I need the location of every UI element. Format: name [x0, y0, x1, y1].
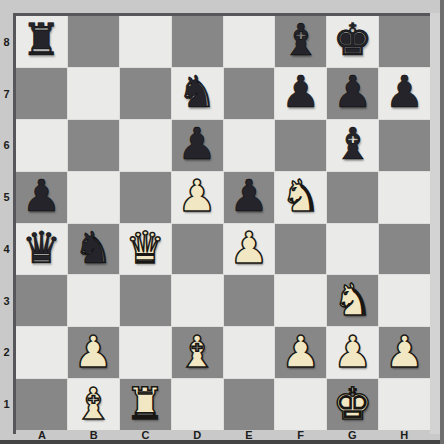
square-c7[interactable] — [120, 68, 171, 119]
square-h5[interactable] — [379, 172, 430, 223]
square-c6[interactable] — [120, 120, 171, 171]
piece-white-king[interactable]: ♚ — [333, 382, 372, 426]
screen-edge-bottom — [0, 440, 444, 444]
square-c3[interactable] — [120, 275, 171, 326]
square-b3[interactable] — [68, 275, 119, 326]
square-h3[interactable] — [379, 275, 430, 326]
square-h6[interactable] — [379, 120, 430, 171]
board[interactable]: ♜♝♚♞♟♟♟♟♝♟♟♟♞♛♞♛♟♞♟♝♟♟♟♝♜♚ — [16, 16, 430, 430]
square-f8[interactable]: ♝ — [275, 16, 326, 67]
square-e6[interactable] — [224, 120, 275, 171]
piece-black-pawn[interactable]: ♟ — [281, 70, 320, 114]
square-d8[interactable] — [172, 16, 223, 67]
piece-black-knight[interactable]: ♞ — [177, 70, 216, 114]
square-e8[interactable] — [224, 16, 275, 67]
piece-black-pawn[interactable]: ♟ — [22, 174, 61, 218]
square-d1[interactable] — [172, 379, 223, 430]
square-b4[interactable]: ♞ — [68, 224, 119, 275]
square-h4[interactable] — [379, 224, 430, 275]
square-e4[interactable]: ♟ — [224, 224, 275, 275]
piece-black-knight[interactable]: ♞ — [74, 226, 113, 270]
piece-black-pawn[interactable]: ♟ — [229, 174, 268, 218]
square-e5[interactable]: ♟ — [224, 172, 275, 223]
square-e3[interactable] — [224, 275, 275, 326]
piece-white-queen[interactable]: ♛ — [125, 226, 164, 270]
square-f1[interactable] — [275, 379, 326, 430]
piece-white-pawn[interactable]: ♟ — [385, 330, 424, 374]
piece-white-pawn[interactable]: ♟ — [74, 330, 113, 374]
rank-label-3: 3 — [0, 275, 13, 327]
square-h2[interactable]: ♟ — [379, 327, 430, 378]
square-d7[interactable]: ♞ — [172, 68, 223, 119]
square-f3[interactable] — [275, 275, 326, 326]
square-f5[interactable]: ♞ — [275, 172, 326, 223]
square-a2[interactable] — [16, 327, 67, 378]
rank-labels: 87654321 — [0, 16, 13, 430]
square-f4[interactable] — [275, 224, 326, 275]
square-h7[interactable]: ♟ — [379, 68, 430, 119]
square-e7[interactable] — [224, 68, 275, 119]
piece-white-pawn[interactable]: ♟ — [229, 226, 268, 270]
square-g4[interactable] — [327, 224, 378, 275]
square-h8[interactable] — [379, 16, 430, 67]
piece-white-knight[interactable]: ♞ — [333, 278, 372, 322]
rank-label-5: 5 — [0, 171, 13, 223]
rank-label-7: 7 — [0, 68, 13, 120]
piece-white-bishop[interactable]: ♝ — [74, 382, 113, 426]
square-b2[interactable]: ♟ — [68, 327, 119, 378]
piece-white-knight[interactable]: ♞ — [281, 174, 320, 218]
square-d5[interactable]: ♟ — [172, 172, 223, 223]
square-c8[interactable] — [120, 16, 171, 67]
piece-black-bishop[interactable]: ♝ — [333, 122, 372, 166]
piece-black-pawn[interactable]: ♟ — [177, 122, 216, 166]
square-c4[interactable]: ♛ — [120, 224, 171, 275]
piece-white-bishop[interactable]: ♝ — [177, 330, 216, 374]
square-a3[interactable] — [16, 275, 67, 326]
square-d2[interactable]: ♝ — [172, 327, 223, 378]
square-g3[interactable]: ♞ — [327, 275, 378, 326]
square-c5[interactable] — [120, 172, 171, 223]
square-b1[interactable]: ♝ — [68, 379, 119, 430]
piece-white-pawn[interactable]: ♟ — [281, 330, 320, 374]
rank-label-1: 1 — [0, 378, 13, 430]
square-g7[interactable]: ♟ — [327, 68, 378, 119]
board-frame-highlight — [430, 13, 440, 434]
square-e2[interactable] — [224, 327, 275, 378]
square-a1[interactable] — [16, 379, 67, 430]
square-e1[interactable] — [224, 379, 275, 430]
square-c1[interactable]: ♜ — [120, 379, 171, 430]
piece-white-rook[interactable]: ♜ — [125, 382, 164, 426]
rank-label-2: 2 — [0, 327, 13, 379]
rank-label-6: 6 — [0, 120, 13, 172]
square-b5[interactable] — [68, 172, 119, 223]
square-d4[interactable] — [172, 224, 223, 275]
square-d6[interactable]: ♟ — [172, 120, 223, 171]
square-b7[interactable] — [68, 68, 119, 119]
square-a6[interactable] — [16, 120, 67, 171]
rank-label-4: 4 — [0, 223, 13, 275]
square-d3[interactable] — [172, 275, 223, 326]
screen-edge-right — [440, 0, 444, 444]
square-c2[interactable] — [120, 327, 171, 378]
square-a7[interactable] — [16, 68, 67, 119]
square-h1[interactable] — [379, 379, 430, 430]
piece-black-queen[interactable]: ♛ — [22, 226, 61, 270]
square-f2[interactable]: ♟ — [275, 327, 326, 378]
piece-black-rook[interactable]: ♜ — [22, 18, 61, 62]
piece-black-king[interactable]: ♚ — [333, 18, 372, 62]
piece-white-pawn[interactable]: ♟ — [333, 330, 372, 374]
rank-label-8: 8 — [0, 16, 13, 68]
square-g5[interactable] — [327, 172, 378, 223]
square-f6[interactable] — [275, 120, 326, 171]
piece-black-bishop[interactable]: ♝ — [281, 18, 320, 62]
square-g2[interactable]: ♟ — [327, 327, 378, 378]
square-a8[interactable]: ♜ — [16, 16, 67, 67]
square-f7[interactable]: ♟ — [275, 68, 326, 119]
square-g1[interactable]: ♚ — [327, 379, 378, 430]
square-g6[interactable]: ♝ — [327, 120, 378, 171]
square-a5[interactable]: ♟ — [16, 172, 67, 223]
square-g8[interactable]: ♚ — [327, 16, 378, 67]
piece-white-pawn[interactable]: ♟ — [177, 174, 216, 218]
piece-black-pawn[interactable]: ♟ — [333, 70, 372, 114]
square-b6[interactable] — [68, 120, 119, 171]
square-a4[interactable]: ♛ — [16, 224, 67, 275]
chess-diagram: 87654321 ♜♝♚♞♟♟♟♟♝♟♟♟♞♛♞♛♟♞♟♝♟♟♟♝♜♚ ABCD… — [0, 0, 444, 444]
square-b8[interactable] — [68, 16, 119, 67]
piece-black-pawn[interactable]: ♟ — [385, 70, 424, 114]
